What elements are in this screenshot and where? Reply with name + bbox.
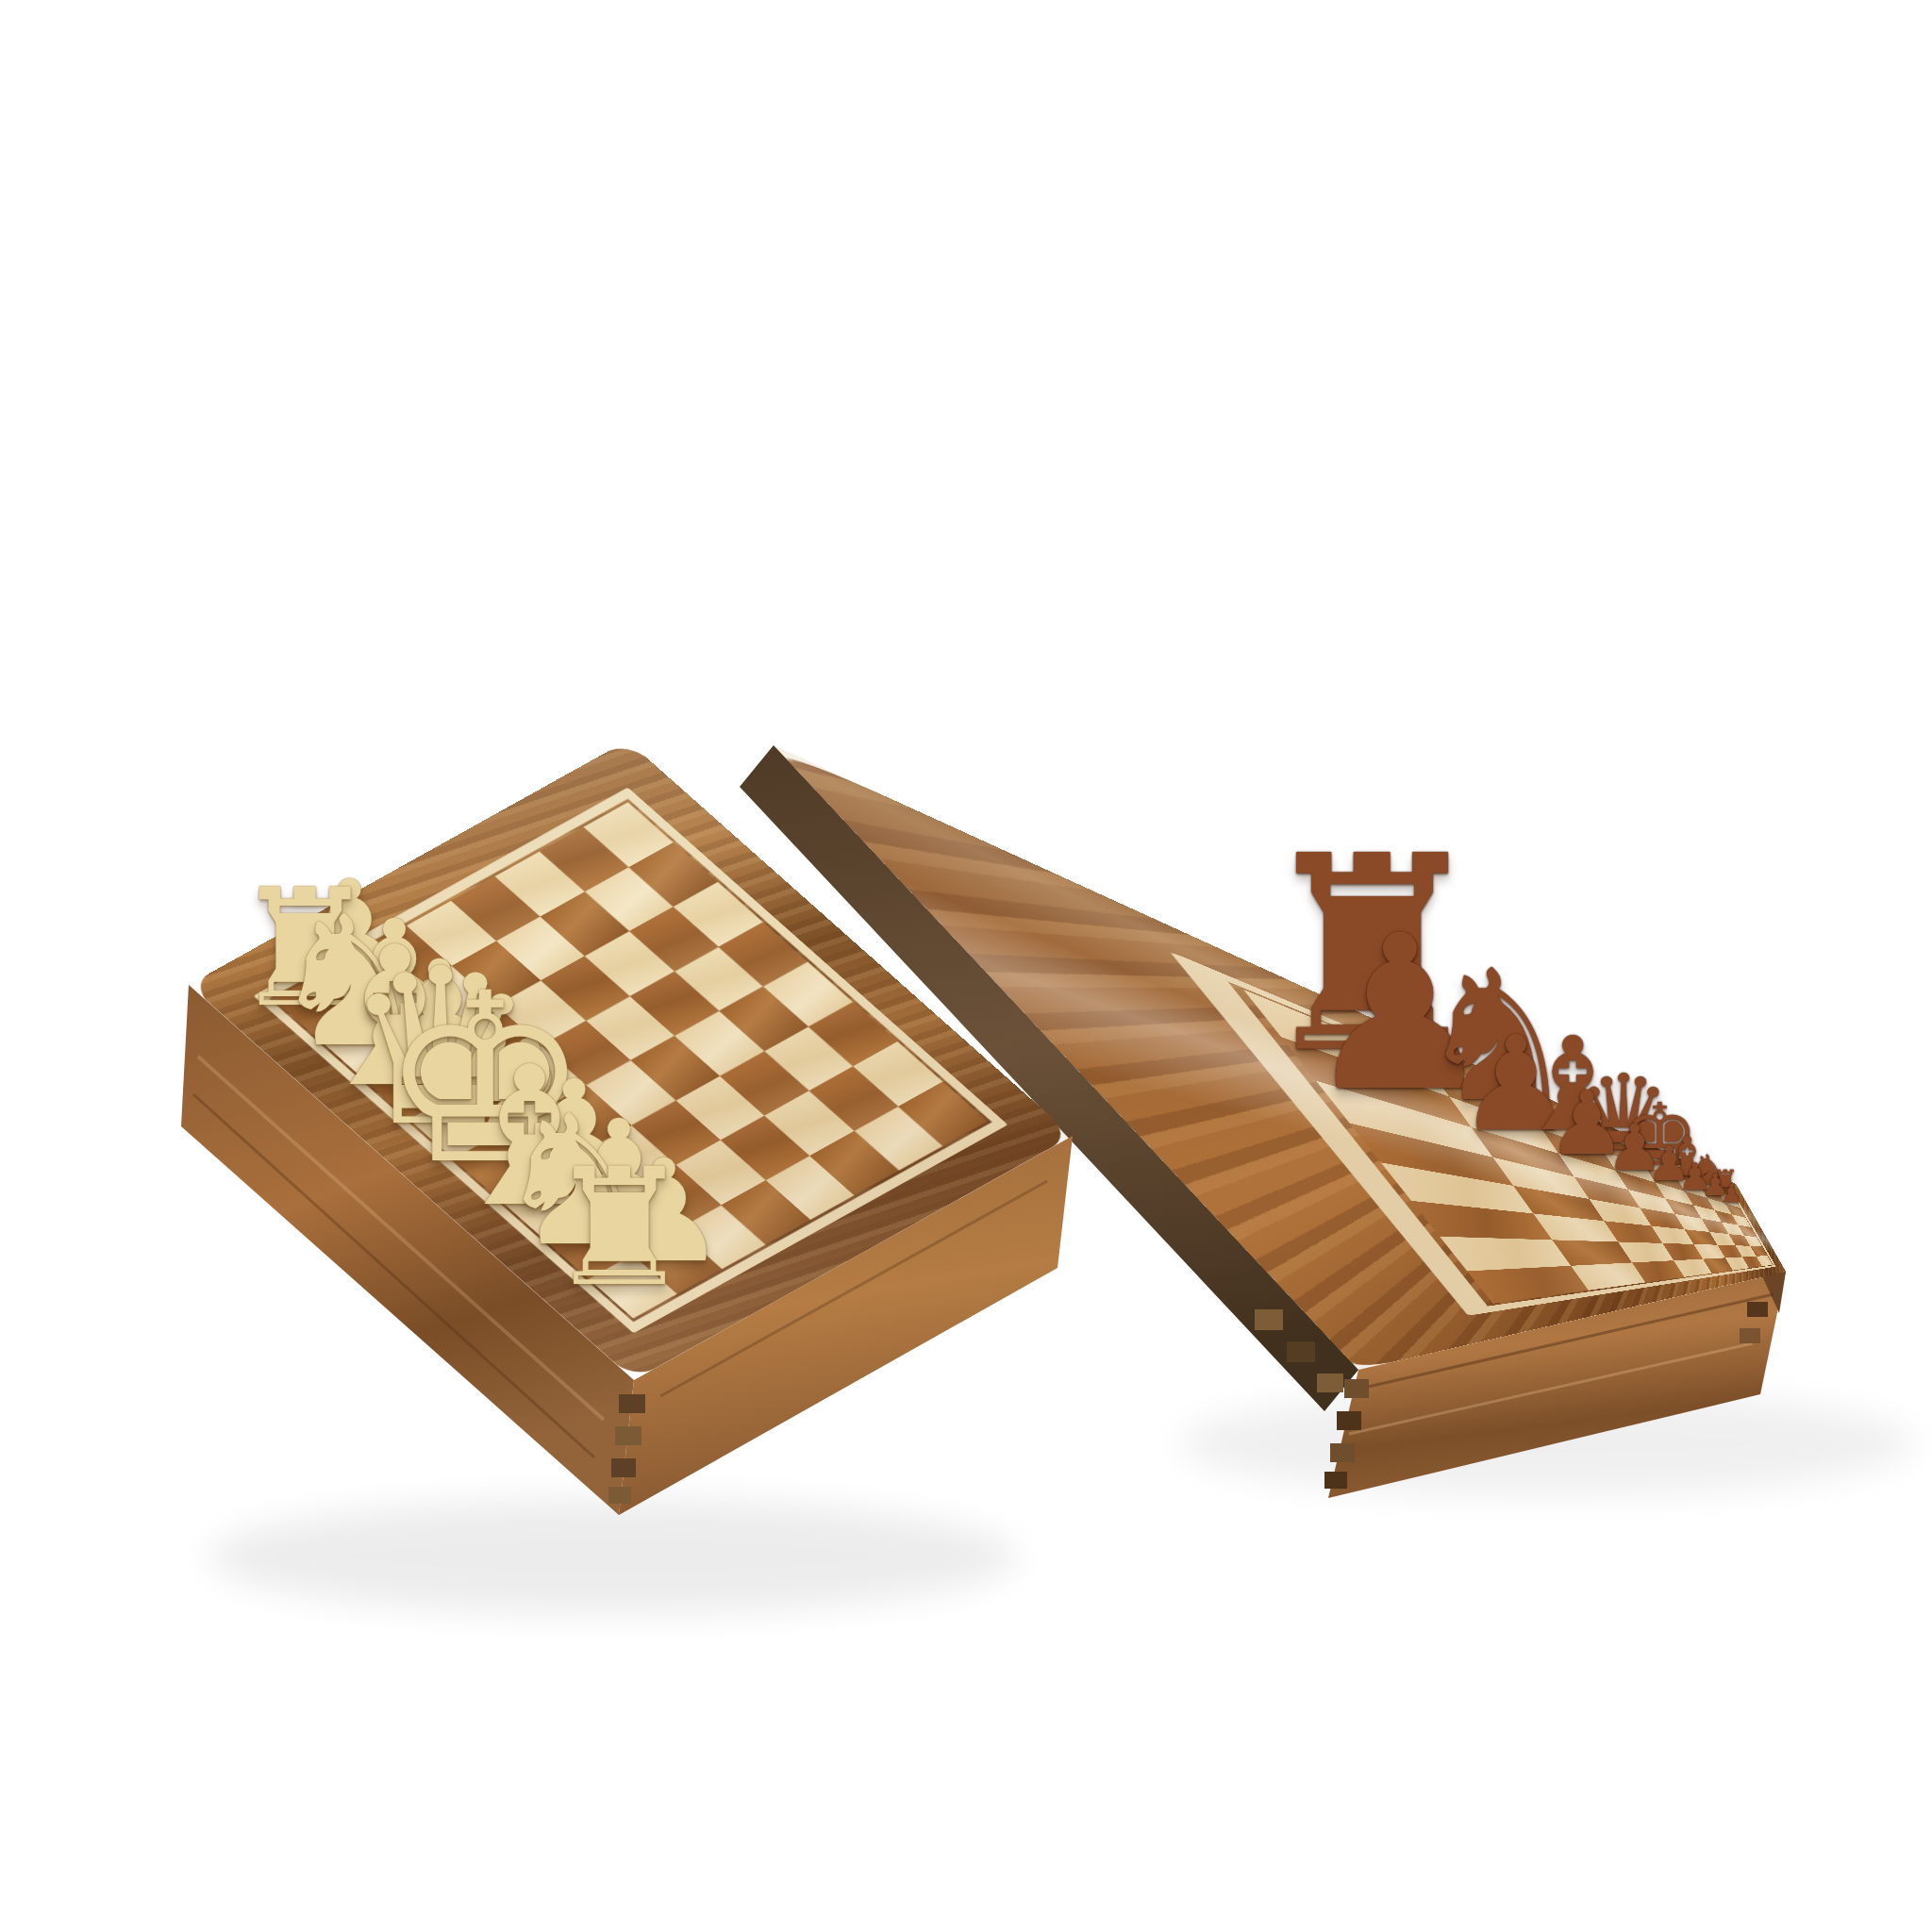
product-photo-stage: ♟♜♟♞♜♟♝♟♞♟♛♟♝♟♛♟♚♟♚♝♟♞♟♟♜♟♟♝♟♞♟♜: [0, 0, 1932, 1932]
left-board-shadow: [208, 1498, 1019, 1615]
